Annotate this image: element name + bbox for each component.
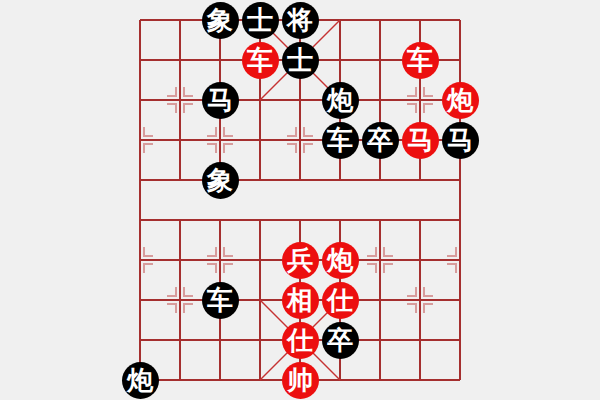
piece-black-horse[interactable]: 马: [442, 122, 479, 159]
xiangqi-board: 象士将车士车马炮炮车卒马马象兵炮车相仕仕卒炮帅: [0, 0, 600, 400]
piece-red-elephant[interactable]: 相: [282, 282, 319, 319]
piece-black-elephant[interactable]: 象: [202, 162, 239, 199]
piece-red-soldier[interactable]: 兵: [282, 242, 319, 279]
piece-red-general[interactable]: 帅: [282, 362, 319, 399]
piece-black-general[interactable]: 将: [282, 2, 319, 39]
piece-black-elephant[interactable]: 象: [202, 2, 239, 39]
piece-red-advisor[interactable]: 仕: [282, 322, 319, 359]
piece-red-horse[interactable]: 马: [402, 122, 439, 159]
piece-black-soldier[interactable]: 卒: [362, 122, 399, 159]
piece-red-chariot[interactable]: 车: [242, 42, 279, 79]
pieces-layer: 象士将车士车马炮炮车卒马马象兵炮车相仕仕卒炮帅: [120, 0, 480, 400]
piece-black-cannon[interactable]: 炮: [322, 82, 359, 119]
piece-black-advisor[interactable]: 士: [282, 42, 319, 79]
piece-black-soldier[interactable]: 卒: [322, 322, 359, 359]
piece-red-advisor[interactable]: 仕: [322, 282, 359, 319]
piece-black-cannon[interactable]: 炮: [122, 362, 159, 399]
piece-black-chariot[interactable]: 车: [202, 282, 239, 319]
piece-black-chariot[interactable]: 车: [322, 122, 359, 159]
piece-red-cannon[interactable]: 炮: [442, 82, 479, 119]
piece-black-advisor[interactable]: 士: [242, 2, 279, 39]
piece-red-cannon[interactable]: 炮: [322, 242, 359, 279]
piece-red-chariot[interactable]: 车: [402, 42, 439, 79]
piece-black-horse[interactable]: 马: [202, 82, 239, 119]
